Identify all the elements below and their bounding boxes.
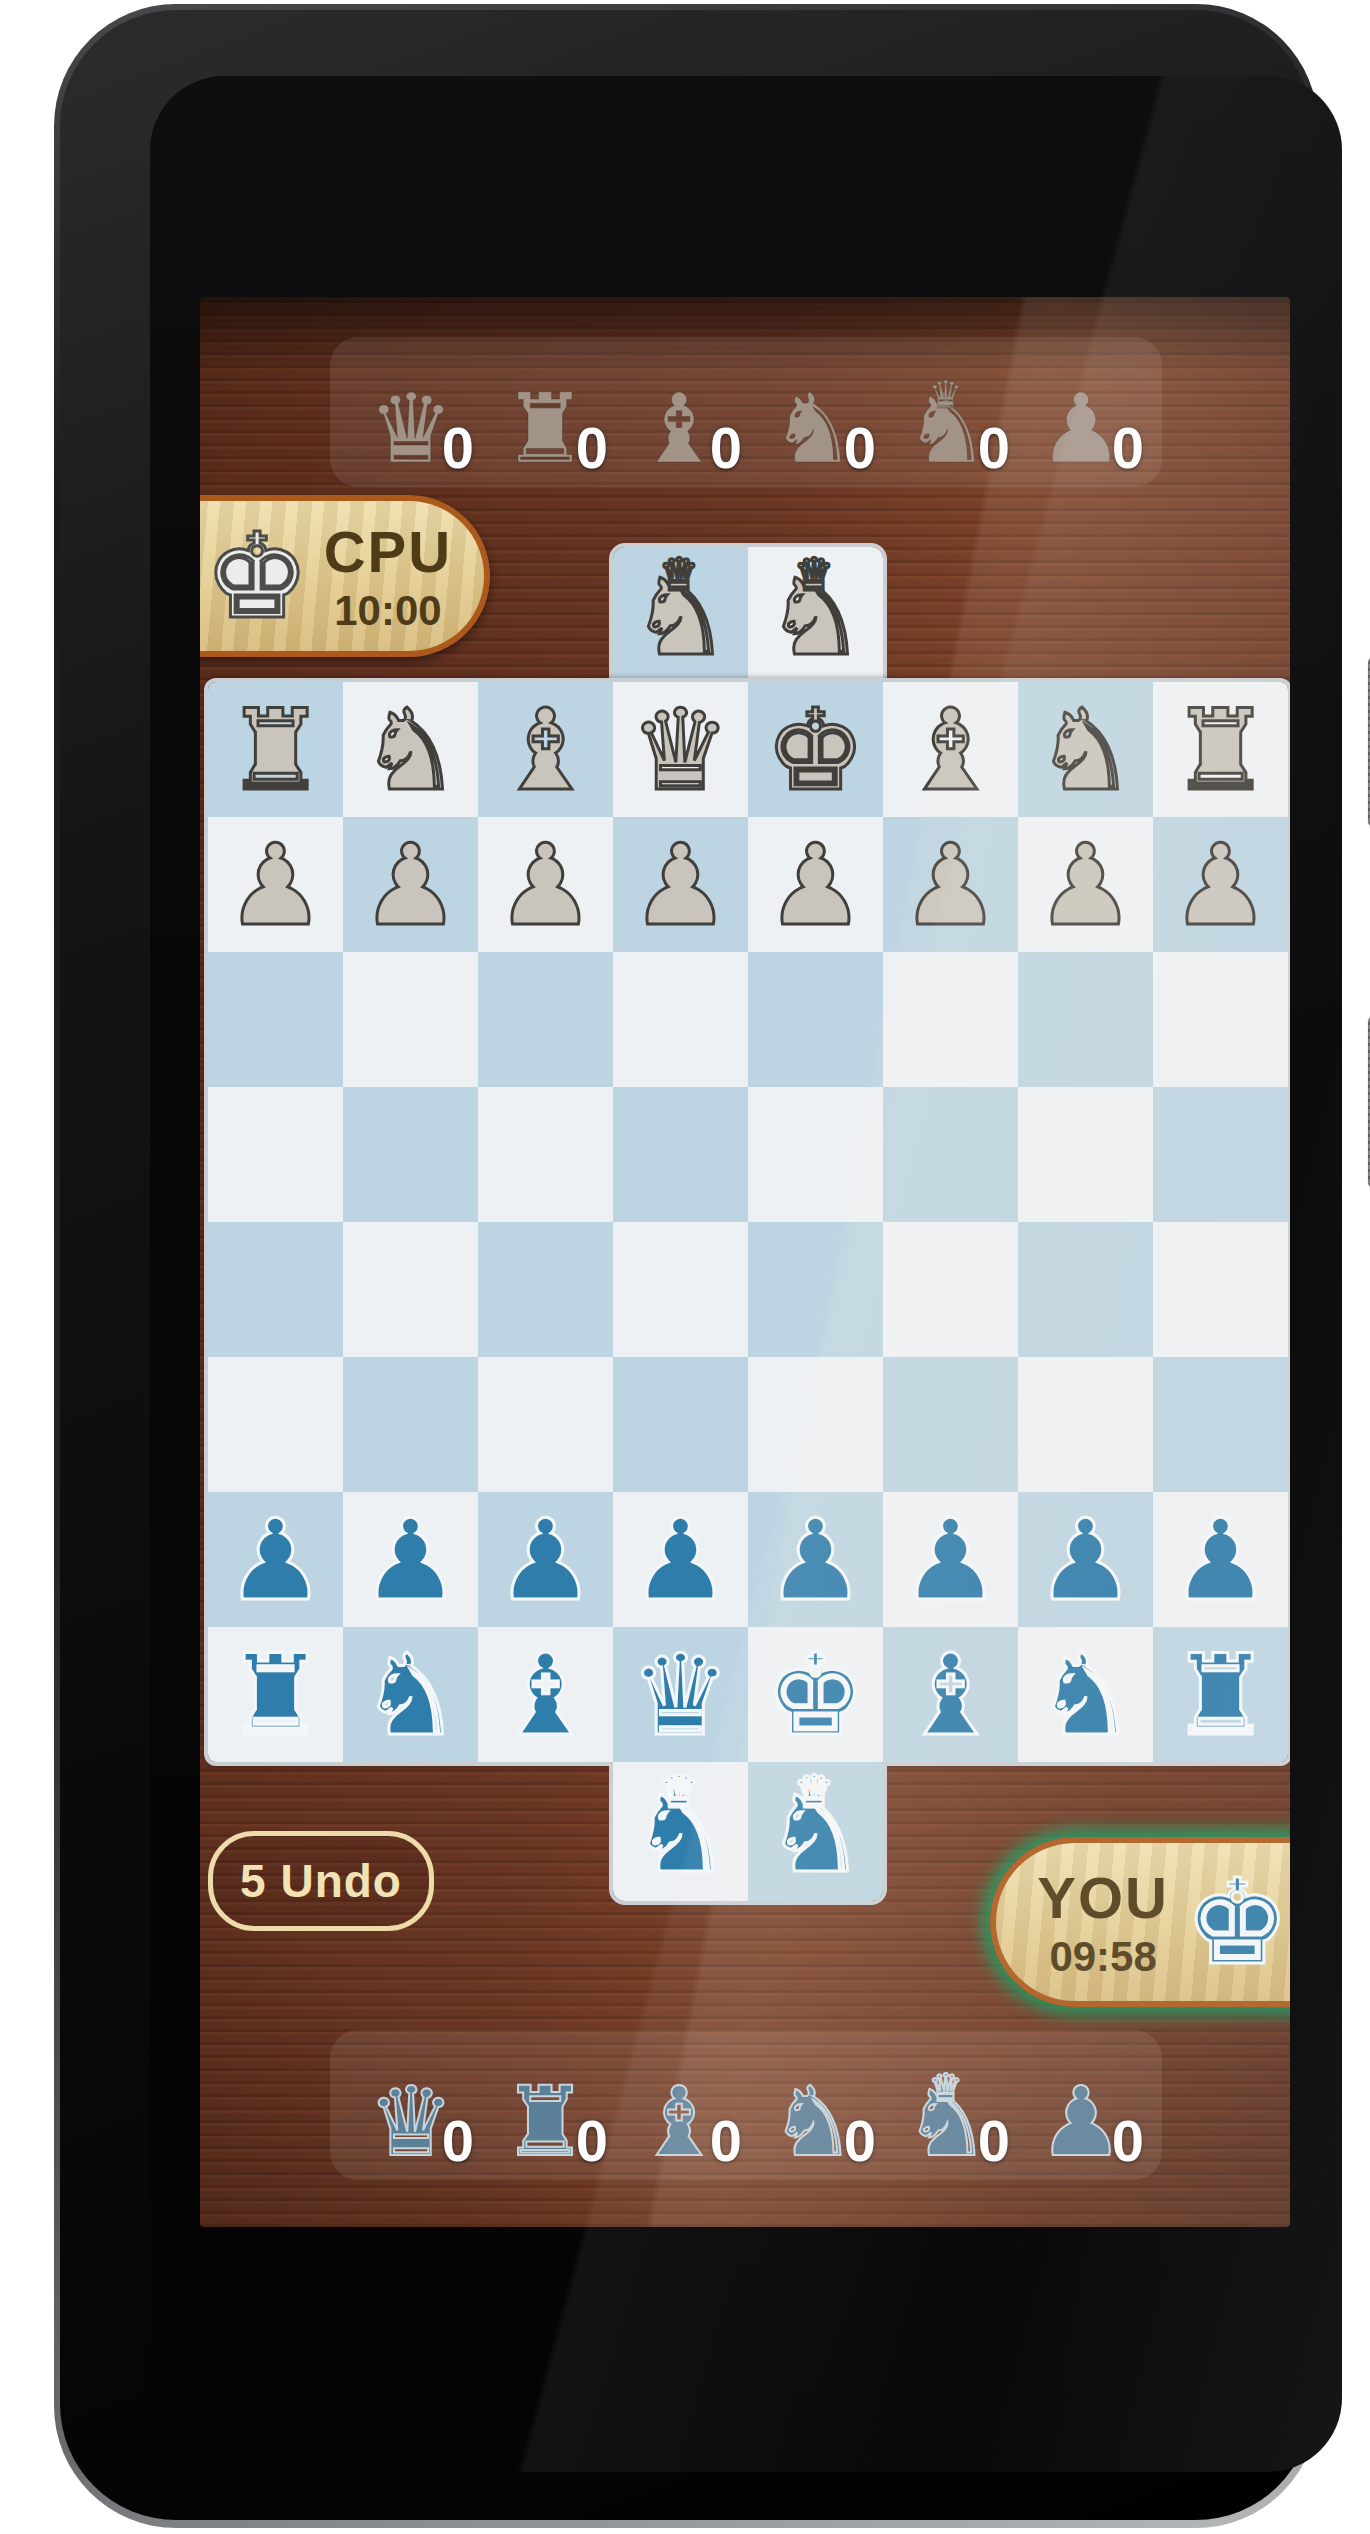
- gray-pawn[interactable]: ♟: [630, 829, 730, 941]
- blue-bishop[interactable]: ♝: [495, 1639, 595, 1751]
- captured-pieces-tray-you: ♛0♜0♝0♞0♞♛0♟0: [330, 2030, 1162, 2180]
- captured-bishop-slot: ♝0: [620, 347, 738, 477]
- square-h8[interactable]: ♜: [1153, 682, 1288, 817]
- square-e4[interactable]: [748, 1222, 883, 1357]
- gray-pawn[interactable]: ♟: [1035, 829, 1135, 941]
- square-f7[interactable]: ♟: [883, 817, 1018, 952]
- square-b2[interactable]: ♟: [343, 1492, 478, 1627]
- square-e5[interactable]: [748, 1087, 883, 1222]
- cpu-clock: 10:00: [334, 587, 441, 635]
- square-f4[interactable]: [883, 1222, 1018, 1357]
- square-b7[interactable]: ♟: [343, 817, 478, 952]
- blue-pawn[interactable]: ♟: [1170, 1504, 1270, 1616]
- gray-rook[interactable]: ♜: [1170, 694, 1270, 806]
- captured-pawn-count: 0: [1112, 2107, 1144, 2174]
- square-e3[interactable]: [748, 1357, 883, 1492]
- blue-pawn[interactable]: ♟: [225, 1504, 325, 1616]
- square-c4[interactable]: [478, 1222, 613, 1357]
- square-b5[interactable]: [343, 1087, 478, 1222]
- captured-knight-slot: ♞0: [754, 347, 872, 477]
- gray-knight[interactable]: ♞: [360, 694, 460, 806]
- square-b1[interactable]: ♞: [343, 1627, 478, 1762]
- square-a8[interactable]: ♜: [208, 682, 343, 817]
- captured-knight-count: 0: [844, 414, 876, 481]
- square-c8[interactable]: ♝: [478, 682, 613, 817]
- square-a6[interactable]: [208, 952, 343, 1087]
- square-b4[interactable]: [343, 1222, 478, 1357]
- blue-bishop[interactable]: ♝: [900, 1639, 1000, 1751]
- square-f1[interactable]: ♝: [883, 1627, 1018, 1762]
- square-g2[interactable]: ♟: [1018, 1492, 1153, 1627]
- blue-rook[interactable]: ♜: [1170, 1639, 1270, 1751]
- gray-pawn[interactable]: ♟: [495, 829, 595, 941]
- blue-pawn[interactable]: ♟: [630, 1504, 730, 1616]
- captured-bishop-count: 0: [710, 2107, 742, 2174]
- blue-pawn[interactable]: ♟: [900, 1504, 1000, 1616]
- square-f8[interactable]: ♝: [883, 682, 1018, 817]
- square-d3[interactable]: [613, 1357, 748, 1492]
- square-e8[interactable]: ♚: [748, 682, 883, 817]
- square-a7[interactable]: ♟: [208, 817, 343, 952]
- cpu-badge-text: CPU 10:00: [310, 518, 466, 635]
- square-h6[interactable]: [1153, 952, 1288, 1087]
- square-g6[interactable]: [1018, 952, 1153, 1087]
- gray-king[interactable]: ♚: [765, 694, 865, 806]
- you-clock: 09:58: [1049, 1933, 1156, 1981]
- giraffe-crown-icon: ♛: [794, 553, 834, 598]
- gray-queen[interactable]: ♛: [630, 694, 730, 806]
- captured-knight-slot: ♞0: [754, 2040, 872, 2170]
- square-g1[interactable]: ♞: [1018, 1627, 1153, 1762]
- blue-giraffe[interactable]: ♞♛: [630, 1776, 730, 1888]
- giraffe-crown-icon: ♛: [659, 1770, 699, 1815]
- square-c5[interactable]: [478, 1087, 613, 1222]
- gray-bishop[interactable]: ♝: [495, 694, 595, 806]
- square-h5[interactable]: [1153, 1087, 1288, 1222]
- gray-knight[interactable]: ♞: [1035, 694, 1135, 806]
- captured-bishop-count: 0: [710, 414, 742, 481]
- blue-king-icon: ♚: [1184, 1863, 1290, 1981]
- square-d9[interactable]: ♞♛: [613, 547, 748, 682]
- square-d0[interactable]: ♞♛: [613, 1762, 748, 1901]
- square-c3[interactable]: [478, 1357, 613, 1492]
- square-e1[interactable]: ♚: [748, 1627, 883, 1762]
- square-b3[interactable]: [343, 1357, 478, 1492]
- square-g8[interactable]: ♞: [1018, 682, 1153, 817]
- blue-pawn[interactable]: ♟: [765, 1504, 865, 1616]
- captured-knight-count: 0: [844, 2107, 876, 2174]
- captured-giraffe-count: 0: [978, 2107, 1010, 2174]
- square-c1[interactable]: ♝: [478, 1627, 613, 1762]
- captured-queen-slot: ♛0: [352, 2040, 470, 2170]
- chess-board: ♜♞♝♛♚♝♞♜♟♟♟♟♟♟♟♟♟♟♟♟♟♟♟♟♜♞♝♛♚♝♞♜: [204, 678, 1290, 1766]
- square-g5[interactable]: [1018, 1087, 1153, 1222]
- square-g4[interactable]: [1018, 1222, 1153, 1357]
- you-player-badge: YOU 09:58 ♚: [990, 1837, 1290, 2007]
- square-h3[interactable]: [1153, 1357, 1288, 1492]
- square-d5[interactable]: [613, 1087, 748, 1222]
- square-d7[interactable]: ♟: [613, 817, 748, 952]
- square-e0[interactable]: ♞♛: [748, 1762, 883, 1901]
- captured-pawn-count: 0: [1112, 414, 1144, 481]
- square-g7[interactable]: ♟: [1018, 817, 1153, 952]
- square-h7[interactable]: ♟: [1153, 817, 1288, 952]
- square-d4[interactable]: [613, 1222, 748, 1357]
- captured-giraffe-slot: ♞♛0: [888, 347, 1006, 477]
- captured-rook-slot: ♜0: [486, 347, 604, 477]
- gray-bishop[interactable]: ♝: [900, 694, 1000, 806]
- blue-rook[interactable]: ♜: [225, 1639, 325, 1751]
- square-e6[interactable]: [748, 952, 883, 1087]
- board-extension-bottom: ♞♛♞♛: [609, 1762, 887, 1905]
- blue-pawn[interactable]: ♟: [360, 1504, 460, 1616]
- captured-rook-slot: ♜0: [486, 2040, 604, 2170]
- captured-rook-count: 0: [576, 2107, 608, 2174]
- square-a4[interactable]: [208, 1222, 343, 1357]
- captured-queen-count: 0: [442, 414, 474, 481]
- gray-giraffe[interactable]: ♞♛: [765, 559, 865, 671]
- blue-pawn[interactable]: ♟: [495, 1504, 595, 1616]
- square-e9[interactable]: ♞♛: [748, 547, 883, 682]
- square-h1[interactable]: ♜: [1153, 1627, 1288, 1762]
- square-a1[interactable]: ♜: [208, 1627, 343, 1762]
- captured-pawn-slot: ♟0: [1022, 347, 1140, 477]
- phone-body: ♛0♜0♝0♞0♞♛0♟0 ♚ CPU 10:00 ♞♛♞♛ ♜♞♝♛♚♝♞♜♟…: [60, 10, 1312, 2520]
- blue-king[interactable]: ♚: [765, 1639, 865, 1751]
- square-c2[interactable]: ♟: [478, 1492, 613, 1627]
- square-f2[interactable]: ♟: [883, 1492, 1018, 1627]
- square-f3[interactable]: [883, 1357, 1018, 1492]
- undo-button[interactable]: 5 Undo: [208, 1831, 434, 1931]
- board-extension-top: ♞♛♞♛: [609, 543, 887, 682]
- square-a2[interactable]: ♟: [208, 1492, 343, 1627]
- captured-rook-count: 0: [576, 414, 608, 481]
- phone-screen: ♛0♜0♝0♞0♞♛0♟0 ♚ CPU 10:00 ♞♛♞♛ ♜♞♝♛♚♝♞♜♟…: [150, 76, 1342, 2472]
- you-badge-text: YOU 09:58: [1022, 1864, 1184, 1981]
- gray-rook[interactable]: ♜: [225, 694, 325, 806]
- cpu-player-badge: ♚ CPU 10:00: [200, 495, 490, 657]
- square-c6[interactable]: [478, 952, 613, 1087]
- gray-king-icon: ♚: [204, 517, 310, 635]
- captured-bishop-slot: ♝0: [620, 2040, 738, 2170]
- blue-giraffe[interactable]: ♞♛: [765, 1776, 865, 1888]
- square-a5[interactable]: [208, 1087, 343, 1222]
- gray-pawn[interactable]: ♟: [360, 829, 460, 941]
- giraffe-crown-icon: ♛: [659, 553, 699, 598]
- chess-app-screen: ♛0♜0♝0♞0♞♛0♟0 ♚ CPU 10:00 ♞♛♞♛ ♜♞♝♛♚♝♞♜♟…: [200, 297, 1290, 2227]
- giraffe-crown-icon: ♛: [794, 1770, 834, 1815]
- captured-giraffe-slot: ♞♛0: [888, 2040, 1006, 2170]
- square-a3[interactable]: [208, 1357, 343, 1492]
- gray-pawn[interactable]: ♟: [765, 829, 865, 941]
- gray-pawn[interactable]: ♟: [225, 829, 325, 941]
- gray-pawn[interactable]: ♟: [900, 829, 1000, 941]
- blue-pawn[interactable]: ♟: [1035, 1504, 1135, 1616]
- blue-knight[interactable]: ♞: [360, 1639, 460, 1751]
- square-h2[interactable]: ♟: [1153, 1492, 1288, 1627]
- square-d1[interactable]: ♛: [613, 1627, 748, 1762]
- captured-pieces-tray-cpu: ♛0♜0♝0♞0♞♛0♟0: [330, 337, 1162, 487]
- captured-giraffe-count: 0: [978, 414, 1010, 481]
- square-d6[interactable]: [613, 952, 748, 1087]
- blue-queen[interactable]: ♛: [630, 1639, 730, 1751]
- giraffe-crown-icon: ♛: [928, 376, 962, 414]
- square-f6[interactable]: [883, 952, 1018, 1087]
- screenshot-stage: ♛0♜0♝0♞0♞♛0♟0 ♚ CPU 10:00 ♞♛♞♛ ♜♞♝♛♚♝♞♜♟…: [0, 0, 1370, 2534]
- you-label: YOU: [1037, 1864, 1169, 1931]
- blue-knight[interactable]: ♞: [1035, 1639, 1135, 1751]
- square-f5[interactable]: [883, 1087, 1018, 1222]
- square-h4[interactable]: [1153, 1222, 1288, 1357]
- square-c7[interactable]: ♟: [478, 817, 613, 952]
- captured-queen-slot: ♛0: [352, 347, 470, 477]
- gray-pawn[interactable]: ♟: [1170, 829, 1270, 941]
- square-b6[interactable]: [343, 952, 478, 1087]
- square-e7[interactable]: ♟: [748, 817, 883, 952]
- giraffe-crown-icon: ♛: [928, 2069, 962, 2107]
- gray-giraffe[interactable]: ♞♛: [630, 559, 730, 671]
- captured-queen-count: 0: [442, 2107, 474, 2174]
- square-e2[interactable]: ♟: [748, 1492, 883, 1627]
- cpu-label: CPU: [324, 518, 452, 585]
- square-g3[interactable]: [1018, 1357, 1153, 1492]
- square-d2[interactable]: ♟: [613, 1492, 748, 1627]
- square-d8[interactable]: ♛: [613, 682, 748, 817]
- captured-pawn-slot: ♟0: [1022, 2040, 1140, 2170]
- square-b8[interactable]: ♞: [343, 682, 478, 817]
